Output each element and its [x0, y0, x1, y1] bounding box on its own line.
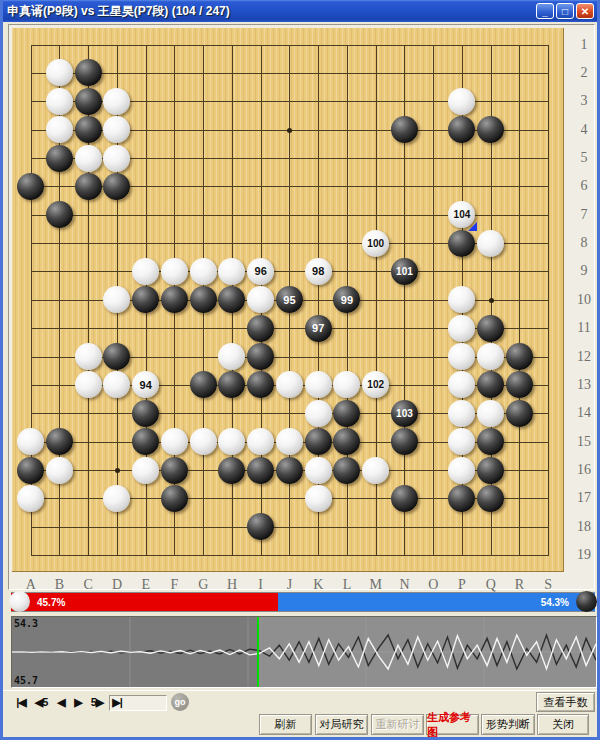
row-label: 6: [571, 178, 597, 194]
black-stone[interactable]: [75, 59, 102, 86]
black-stone[interactable]: [506, 400, 533, 427]
black-stone[interactable]: [132, 400, 159, 427]
view-moves-button[interactable]: 查看手数: [536, 692, 595, 712]
white-stone[interactable]: [46, 88, 73, 115]
graph-lines: [12, 617, 596, 687]
black-stone[interactable]: [333, 428, 360, 455]
black-stone[interactable]: [132, 286, 159, 313]
grid-line-v: [433, 45, 434, 556]
action-button-3: 重新研讨: [371, 714, 424, 735]
white-stone[interactable]: [448, 88, 475, 115]
white-stone[interactable]: [305, 485, 332, 512]
close-button[interactable]: ✕: [576, 3, 594, 19]
black-stone[interactable]: [247, 513, 274, 540]
white-stone[interactable]: [103, 116, 130, 143]
white-stone[interactable]: [103, 371, 130, 398]
black-stone[interactable]: [391, 428, 418, 455]
row-label: 15: [571, 434, 597, 450]
action-button-6[interactable]: 关闭: [537, 714, 589, 735]
hoshi-point: [287, 128, 292, 133]
winrate-graph[interactable]: 54.3 45.7: [11, 616, 597, 688]
col-label: O: [423, 577, 443, 593]
white-stone[interactable]: [448, 371, 475, 398]
col-label: S: [538, 577, 558, 593]
white-stone-icon: [9, 591, 30, 612]
row-label: 17: [571, 490, 597, 506]
white-stone[interactable]: [218, 258, 245, 285]
black-stone[interactable]: [247, 457, 274, 484]
row-label: 3: [571, 93, 597, 109]
white-stone[interactable]: 96: [247, 258, 274, 285]
grid-line-h: [31, 555, 550, 556]
white-stone[interactable]: [305, 400, 332, 427]
col-label: G: [193, 577, 213, 593]
action-button-2[interactable]: 对局研究: [315, 714, 368, 735]
white-stone[interactable]: [477, 230, 504, 257]
board-panel: 104100969810195999794102103 ABCDEFGHIJKL…: [8, 24, 595, 590]
col-label: B: [49, 577, 69, 593]
white-stone[interactable]: [17, 485, 44, 512]
black-stone[interactable]: [103, 343, 130, 370]
col-label: Q: [481, 577, 501, 593]
white-stone[interactable]: [17, 428, 44, 455]
black-stone[interactable]: [506, 371, 533, 398]
white-stone[interactable]: [362, 457, 389, 484]
white-stone[interactable]: [218, 428, 245, 455]
black-stone-icon: [576, 591, 597, 612]
app-window: 申真谞(P9段) vs 王星昊(P7段) (104 / 247) _ □ ✕ 1…: [0, 0, 600, 740]
go-button[interactable]: go: [171, 693, 189, 711]
black-stone[interactable]: [247, 343, 274, 370]
black-stone[interactable]: [161, 286, 188, 313]
col-label: E: [136, 577, 156, 593]
black-stone[interactable]: [17, 173, 44, 200]
white-stone[interactable]: [448, 286, 475, 313]
white-stone[interactable]: [448, 428, 475, 455]
grid-line-v: [548, 45, 549, 556]
row-label: 2: [571, 65, 597, 81]
white-stone[interactable]: [46, 59, 73, 86]
row-label: 9: [571, 263, 597, 279]
row-label: 19: [571, 547, 597, 563]
black-winrate-segment: 54.3%: [278, 593, 595, 611]
white-stone[interactable]: [75, 145, 102, 172]
nav-back-button[interactable]: ◀: [54, 694, 68, 710]
maximize-button[interactable]: □: [556, 3, 574, 19]
last-move-marker-icon: [468, 222, 477, 231]
white-stone[interactable]: [448, 343, 475, 370]
grid-line-v: [519, 45, 520, 556]
white-stone[interactable]: 94: [132, 371, 159, 398]
row-label: 13: [571, 377, 597, 393]
black-stone[interactable]: [305, 428, 332, 455]
col-label: N: [394, 577, 414, 593]
black-stone[interactable]: [46, 145, 73, 172]
white-stone[interactable]: [161, 258, 188, 285]
white-stone[interactable]: [103, 286, 130, 313]
black-stone[interactable]: [190, 371, 217, 398]
black-stone[interactable]: [276, 457, 303, 484]
col-label: J: [279, 577, 299, 593]
hoshi-point: [115, 468, 120, 473]
white-stone[interactable]: [276, 371, 303, 398]
current-move-cursor[interactable]: [257, 617, 259, 687]
white-stone[interactable]: [448, 457, 475, 484]
nav-forward5-button[interactable]: 5▶: [87, 694, 107, 710]
black-stone[interactable]: [477, 315, 504, 342]
white-stone[interactable]: [132, 258, 159, 285]
black-stone[interactable]: [218, 457, 245, 484]
black-stone[interactable]: [391, 116, 418, 143]
grid-line-h: [31, 527, 550, 528]
white-stone[interactable]: [448, 400, 475, 427]
row-label: 1: [571, 37, 597, 53]
black-stone[interactable]: [161, 457, 188, 484]
row-label: 4: [571, 122, 597, 138]
black-stone[interactable]: 103: [391, 400, 418, 427]
graph-bottom-value: 45.7: [14, 675, 38, 686]
nav-back5-button[interactable]: ◀5: [31, 694, 51, 710]
minimize-button[interactable]: _: [536, 3, 554, 19]
white-winrate-value: 45.7%: [37, 597, 65, 608]
col-label: C: [78, 577, 98, 593]
black-stone[interactable]: [448, 230, 475, 257]
white-stone[interactable]: [218, 343, 245, 370]
col-label: H: [222, 577, 242, 593]
window-title: 申真谞(P9段) vs 王星昊(P7段) (104 / 247): [0, 3, 230, 20]
white-stone[interactable]: [305, 457, 332, 484]
black-stone[interactable]: [247, 315, 274, 342]
black-stone[interactable]: [103, 173, 130, 200]
col-label: A: [21, 577, 41, 593]
col-label: M: [366, 577, 386, 593]
row-label: 14: [571, 405, 597, 421]
black-stone[interactable]: [75, 88, 102, 115]
white-stone[interactable]: 98: [305, 258, 332, 285]
row-label: 10: [571, 292, 597, 308]
row-label: 5: [571, 150, 597, 166]
row-label: 7: [571, 207, 597, 223]
black-stone[interactable]: 97: [305, 315, 332, 342]
col-label: P: [452, 577, 472, 593]
white-stone[interactable]: [75, 343, 102, 370]
black-stone[interactable]: [218, 286, 245, 313]
black-stone[interactable]: 101: [391, 258, 418, 285]
black-stone[interactable]: [477, 428, 504, 455]
black-stone[interactable]: [391, 485, 418, 512]
black-winrate-value: 54.3%: [541, 597, 569, 608]
black-stone[interactable]: 99: [333, 286, 360, 313]
white-stone[interactable]: [247, 286, 274, 313]
graph-top-value: 54.3: [14, 618, 38, 629]
action-button-5[interactable]: 形势判断: [481, 714, 535, 735]
white-stone[interactable]: [276, 428, 303, 455]
black-stone[interactable]: [506, 343, 533, 370]
row-label: 11: [571, 320, 597, 336]
black-stone[interactable]: [17, 457, 44, 484]
black-stone[interactable]: [477, 457, 504, 484]
white-stone[interactable]: 102: [362, 371, 389, 398]
col-label: I: [251, 577, 271, 593]
white-stone[interactable]: 100: [362, 230, 389, 257]
black-stone[interactable]: [132, 428, 159, 455]
row-label: 16: [571, 462, 597, 478]
white-stone[interactable]: [448, 315, 475, 342]
col-label: K: [308, 577, 328, 593]
white-stone[interactable]: [190, 258, 217, 285]
black-stone[interactable]: [247, 371, 274, 398]
white-stone[interactable]: [75, 371, 102, 398]
white-stone[interactable]: [305, 371, 332, 398]
black-stone[interactable]: [333, 457, 360, 484]
white-stone[interactable]: [46, 457, 73, 484]
go-board[interactable]: 104100969810195999794102103: [12, 28, 564, 572]
col-label: F: [164, 577, 184, 593]
nav-first-button[interactable]: |◀: [13, 694, 29, 710]
row-label: 12: [571, 349, 597, 365]
nav-forward-button[interactable]: ▶: [71, 694, 85, 710]
black-stone[interactable]: [477, 485, 504, 512]
nav-last-button[interactable]: ▶|: [109, 694, 125, 710]
navigation-row: go |◀◀5◀▶5▶▶|: [3, 690, 597, 715]
action-button-4[interactable]: 生成参考图: [426, 714, 479, 735]
black-stone[interactable]: [477, 371, 504, 398]
white-stone[interactable]: [247, 428, 274, 455]
white-stone[interactable]: [190, 428, 217, 455]
white-stone[interactable]: [103, 88, 130, 115]
hoshi-point: [489, 298, 494, 303]
black-stone[interactable]: [477, 116, 504, 143]
black-stone[interactable]: 95: [276, 286, 303, 313]
white-stone[interactable]: [103, 485, 130, 512]
white-stone[interactable]: [161, 428, 188, 455]
white-stone[interactable]: [477, 400, 504, 427]
row-label: 18: [571, 519, 597, 535]
black-stone[interactable]: [218, 371, 245, 398]
black-stone[interactable]: [448, 116, 475, 143]
col-label: R: [509, 577, 529, 593]
black-stone[interactable]: [46, 201, 73, 228]
white-stone[interactable]: [46, 116, 73, 143]
title-bar[interactable]: 申真谞(P9段) vs 王星昊(P7段) (104 / 247) _ □ ✕: [0, 0, 600, 22]
col-label: L: [337, 577, 357, 593]
white-stone[interactable]: [132, 457, 159, 484]
black-stone[interactable]: [190, 286, 217, 313]
col-label: D: [107, 577, 127, 593]
black-stone[interactable]: [75, 173, 102, 200]
black-stone[interactable]: [75, 116, 102, 143]
action-button-1[interactable]: 刷新: [259, 714, 312, 735]
black-stone[interactable]: [333, 400, 360, 427]
white-winrate-segment: 45.7%: [11, 593, 278, 611]
black-stone[interactable]: [448, 485, 475, 512]
black-stone[interactable]: [46, 428, 73, 455]
white-stone[interactable]: [103, 145, 130, 172]
winrate-bar: 45.7% 54.3%: [11, 592, 595, 612]
white-stone[interactable]: [333, 371, 360, 398]
black-stone[interactable]: [161, 485, 188, 512]
row-label: 8: [571, 235, 597, 251]
white-stone[interactable]: [477, 343, 504, 370]
